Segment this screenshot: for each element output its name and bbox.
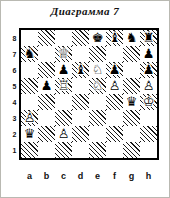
square-b4 xyxy=(38,94,55,110)
file-label-d: d xyxy=(72,165,89,181)
square-f3 xyxy=(106,110,123,126)
square-a5 xyxy=(21,78,38,94)
file-label-b: b xyxy=(38,165,55,181)
square-a8 xyxy=(21,30,38,46)
square-g5 xyxy=(123,78,140,94)
square-b1 xyxy=(38,142,55,158)
square-a7: ♞ xyxy=(21,46,38,62)
piece-white-rook-c5: ♖ xyxy=(55,78,72,94)
square-e3 xyxy=(89,110,106,126)
square-b5: ♟ xyxy=(38,78,55,94)
square-d4 xyxy=(72,94,89,110)
file-labels: abcdefgh xyxy=(21,165,157,181)
square-d6: ♝ xyxy=(72,62,89,78)
piece-white-pawn-h5: ♙ xyxy=(140,78,157,94)
piece-black-pawn-h6: ♟ xyxy=(140,62,157,78)
rank-label-3: 3 xyxy=(10,110,19,126)
square-e6: ♘ xyxy=(89,62,106,78)
piece-white-pawn-c2: ♙ xyxy=(55,126,72,142)
file-label-a: a xyxy=(21,165,38,181)
square-b7 xyxy=(38,46,55,62)
piece-white-pawn-a3: ♙ xyxy=(21,110,38,126)
square-b8 xyxy=(38,30,55,46)
piece-black-pawn-f6: ♟ xyxy=(106,62,123,78)
square-c2: ♙ xyxy=(55,126,72,142)
square-a3: ♙ xyxy=(21,110,38,126)
square-b6 xyxy=(38,62,55,78)
file-label-h: h xyxy=(140,165,157,181)
square-d2 xyxy=(72,126,89,142)
square-e5: ♘ xyxy=(89,78,106,94)
rank-labels: 87654321 xyxy=(10,30,19,160)
piece-black-bishop-f8: ♝ xyxy=(106,30,123,46)
file-label-e: e xyxy=(89,165,106,181)
rank-label-7: 7 xyxy=(10,46,19,62)
square-g6 xyxy=(123,62,140,78)
square-f8: ♝ xyxy=(106,30,123,46)
piece-black-queen-g4: ♛ xyxy=(123,94,140,110)
square-h4: ♔ xyxy=(140,94,157,110)
square-d5 xyxy=(72,78,89,94)
rank-label-6: 6 xyxy=(10,62,19,78)
piece-white-knight-e6: ♘ xyxy=(89,62,106,78)
square-d8 xyxy=(72,30,89,46)
square-h2 xyxy=(140,126,157,142)
chess-diagram: 87654321 ♚♝♞♜♞♕♟♟♝♘♟♟♟♖♘♙♙♛♔♙♛♙ xyxy=(10,28,159,160)
file-label-g: g xyxy=(123,165,140,181)
square-c7: ♕ xyxy=(55,46,72,62)
square-g8: ♞ xyxy=(123,30,140,46)
square-e7 xyxy=(89,46,106,62)
square-g7 xyxy=(123,46,140,62)
square-h7: ♟ xyxy=(140,46,157,62)
file-label-c: c xyxy=(55,165,72,181)
square-e1 xyxy=(89,142,106,158)
square-g2 xyxy=(123,126,140,142)
square-h6: ♟ xyxy=(140,62,157,78)
piece-black-queen-a2: ♛ xyxy=(21,126,38,142)
square-d7 xyxy=(72,46,89,62)
square-a6 xyxy=(21,62,38,78)
square-h3 xyxy=(140,110,157,126)
square-g3 xyxy=(123,110,140,126)
square-f7 xyxy=(106,46,123,62)
piece-black-knight-g8: ♞ xyxy=(123,30,140,46)
diagram-card: Диаграмма 7 87654321 ♚♝♞♜♞♕♟♟♝♘♟♟♟♖♘♙♙♛♔… xyxy=(0,0,170,198)
square-d1 xyxy=(72,142,89,158)
rank-label-1: 1 xyxy=(10,142,19,158)
square-e8: ♚ xyxy=(89,30,106,46)
piece-black-pawn-c6: ♟ xyxy=(55,62,72,78)
square-a4 xyxy=(21,94,38,110)
square-c5: ♖ xyxy=(55,78,72,94)
square-c4 xyxy=(55,94,72,110)
rank-label-2: 2 xyxy=(10,126,19,142)
square-g1 xyxy=(123,142,140,158)
piece-white-pawn-f5: ♙ xyxy=(106,78,123,94)
rank-label-5: 5 xyxy=(10,78,19,94)
piece-black-rook-h8: ♜ xyxy=(140,30,157,46)
square-e2 xyxy=(89,126,106,142)
piece-white-knight-e5: ♘ xyxy=(89,78,106,94)
square-c3 xyxy=(55,110,72,126)
square-a1 xyxy=(21,142,38,158)
square-e4 xyxy=(89,94,106,110)
square-b2 xyxy=(38,126,55,142)
square-c1 xyxy=(55,142,72,158)
piece-white-king-h4: ♔ xyxy=(140,94,157,110)
piece-black-pawn-h7: ♟ xyxy=(140,46,157,62)
piece-black-knight-a7: ♞ xyxy=(21,46,38,62)
square-g4: ♛ xyxy=(123,94,140,110)
square-f1 xyxy=(106,142,123,158)
square-f4 xyxy=(106,94,123,110)
piece-black-king-e8: ♚ xyxy=(89,30,106,46)
square-f6: ♟ xyxy=(106,62,123,78)
diagram-title: Диаграмма 7 xyxy=(1,5,169,17)
file-label-f: f xyxy=(106,165,123,181)
piece-black-pawn-b5: ♟ xyxy=(38,78,55,94)
square-b3 xyxy=(38,110,55,126)
square-d3 xyxy=(72,110,89,126)
square-h5: ♙ xyxy=(140,78,157,94)
square-h1 xyxy=(140,142,157,158)
square-f5: ♙ xyxy=(106,78,123,94)
square-c8 xyxy=(55,30,72,46)
square-a2: ♛ xyxy=(21,126,38,142)
chess-board: ♚♝♞♜♞♕♟♟♝♘♟♟♟♖♘♙♙♛♔♙♛♙ xyxy=(19,28,159,160)
rank-label-4: 4 xyxy=(10,94,19,110)
square-h8: ♜ xyxy=(140,30,157,46)
square-f2 xyxy=(106,126,123,142)
piece-white-queen-c7: ♕ xyxy=(55,46,72,62)
rank-label-8: 8 xyxy=(10,30,19,46)
piece-black-bishop-d6: ♝ xyxy=(72,62,89,78)
square-c6: ♟ xyxy=(55,62,72,78)
